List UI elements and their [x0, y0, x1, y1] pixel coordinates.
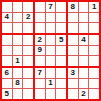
cell-r5c7[interactable]	[68, 46, 78, 56]
cell-r8c9[interactable]	[89, 79, 99, 89]
cell-r3c8[interactable]	[79, 23, 89, 33]
cell-r8c4[interactable]	[35, 79, 45, 89]
cell-r5c5[interactable]	[46, 46, 56, 56]
cell-r3c2[interactable]	[13, 23, 23, 33]
box-r1c3: 81	[68, 2, 99, 33]
cell-r5c3[interactable]	[23, 46, 33, 56]
cell-r1c9: 1	[89, 2, 99, 12]
cell-r9c3[interactable]	[23, 89, 33, 99]
cell-r2c9[interactable]	[89, 13, 99, 23]
box-r1c1: 42	[2, 2, 33, 33]
cell-r6c3[interactable]	[23, 56, 33, 66]
cell-r3c1[interactable]	[2, 23, 12, 33]
cell-r8c1[interactable]	[2, 79, 12, 89]
cell-r1c8[interactable]	[79, 2, 89, 12]
cell-r5c6[interactable]	[56, 46, 66, 56]
cell-r3c7[interactable]	[68, 23, 78, 33]
cell-r2c2[interactable]	[13, 13, 23, 23]
cell-r8c2: 8	[13, 79, 23, 89]
cell-r1c6[interactable]	[56, 2, 66, 12]
cell-r2c1: 4	[2, 13, 12, 23]
cell-r3c6[interactable]	[56, 23, 66, 33]
cell-r2c8[interactable]	[79, 13, 89, 23]
cell-r1c1[interactable]	[2, 2, 12, 12]
cell-r9c6[interactable]	[56, 89, 66, 99]
cell-r8c8[interactable]	[79, 79, 89, 89]
cell-r4c6: 5	[56, 35, 66, 45]
cell-r6c1[interactable]	[2, 56, 12, 66]
cell-r2c5[interactable]	[46, 13, 56, 23]
cell-r9c1: 5	[2, 89, 12, 99]
cell-r4c1[interactable]	[2, 35, 12, 45]
cell-r6c6[interactable]	[56, 56, 66, 66]
cell-r9c2[interactable]	[13, 89, 23, 99]
box-r3c1: 685	[2, 68, 33, 99]
cell-r7c4: 7	[35, 68, 45, 78]
cell-r1c4[interactable]	[35, 2, 45, 12]
cell-r9c8: 2	[79, 89, 89, 99]
cell-r6c4[interactable]	[35, 56, 45, 66]
cell-r4c9[interactable]	[89, 35, 99, 45]
cell-r4c4: 2	[35, 35, 45, 45]
cell-r5c8[interactable]	[79, 46, 89, 56]
cell-r4c7[interactable]	[68, 35, 78, 45]
cell-r1c2[interactable]	[13, 2, 23, 12]
cell-r5c9[interactable]	[89, 46, 99, 56]
cell-r7c7: 3	[68, 68, 78, 78]
cell-r4c5[interactable]	[46, 35, 56, 45]
cell-r8c7[interactable]	[68, 79, 78, 89]
cell-r3c3[interactable]	[23, 23, 33, 33]
cell-r6c5[interactable]	[46, 56, 56, 66]
cell-r7c6[interactable]	[56, 68, 66, 78]
cell-r1c3[interactable]	[23, 2, 33, 12]
cell-r8c5: 1	[46, 79, 56, 89]
box-r3c2: 71	[35, 68, 66, 99]
cell-r8c6[interactable]	[56, 79, 66, 89]
cell-r2c3: 2	[23, 13, 33, 23]
cell-r4c3[interactable]	[23, 35, 33, 45]
cell-r3c9[interactable]	[89, 23, 99, 33]
box-r2c1: 1	[2, 35, 33, 66]
cell-r4c8: 4	[79, 35, 89, 45]
box-r3c3: 32	[68, 68, 99, 99]
cell-r2c7[interactable]	[68, 13, 78, 23]
cell-r7c9[interactable]	[89, 68, 99, 78]
cell-r7c1: 6	[2, 68, 12, 78]
cell-r5c2[interactable]	[13, 46, 23, 56]
sudoku-board: 42781125946857132	[0, 0, 101, 101]
cell-r6c8[interactable]	[79, 56, 89, 66]
box-r1c2: 7	[35, 2, 66, 33]
cell-r5c1[interactable]	[2, 46, 12, 56]
cell-r5c4: 9	[35, 46, 45, 56]
cell-r7c5[interactable]	[46, 68, 56, 78]
cell-r1c5: 7	[46, 2, 56, 12]
cell-r7c2[interactable]	[13, 68, 23, 78]
cell-r8c3[interactable]	[23, 79, 33, 89]
cell-r9c5[interactable]	[46, 89, 56, 99]
cell-r1c7: 8	[68, 2, 78, 12]
cell-r7c8[interactable]	[79, 68, 89, 78]
cell-r4c2[interactable]	[13, 35, 23, 45]
cell-r9c9[interactable]	[89, 89, 99, 99]
cell-r2c6[interactable]	[56, 13, 66, 23]
cell-r6c7[interactable]	[68, 56, 78, 66]
cell-r7c3[interactable]	[23, 68, 33, 78]
cell-r6c2: 1	[13, 56, 23, 66]
cell-r3c4[interactable]	[35, 23, 45, 33]
box-r2c3: 4	[68, 35, 99, 66]
cell-r9c7[interactable]	[68, 89, 78, 99]
cell-r6c9[interactable]	[89, 56, 99, 66]
cell-r3c5[interactable]	[46, 23, 56, 33]
cell-r2c4[interactable]	[35, 13, 45, 23]
cell-r9c4[interactable]	[35, 89, 45, 99]
box-r2c2: 259	[35, 35, 66, 66]
